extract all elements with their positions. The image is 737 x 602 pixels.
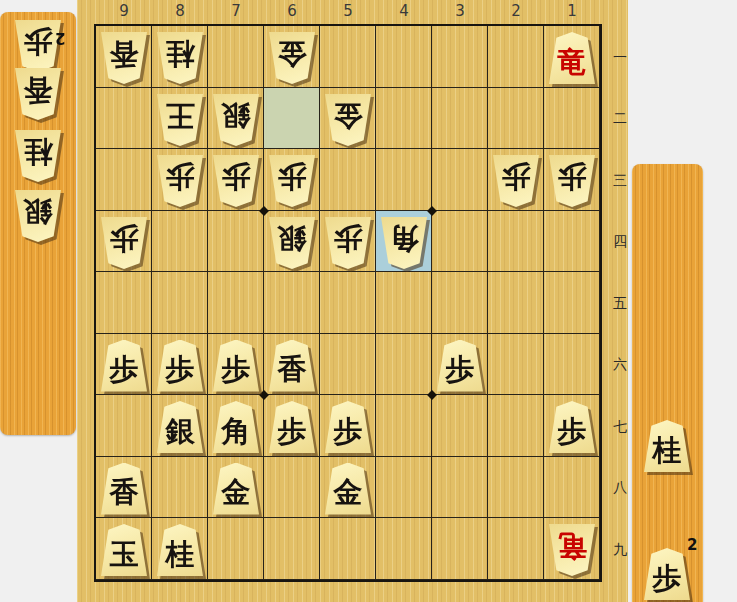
piece-sente-pawn-7f[interactable]: 歩 (213, 340, 259, 392)
piece-sente-dragon-1a[interactable]: 竜 (549, 32, 595, 84)
piece-kanji: 桂 (166, 40, 195, 69)
piece-kanji: 竜 (558, 48, 587, 77)
piece-sente-king-9i[interactable]: 玉 (101, 524, 147, 576)
hand-piece[interactable]: 桂 (15, 130, 61, 182)
piece-kanji: 玉 (110, 540, 139, 569)
piece-gote-gold-5b[interactable]: 金 (325, 94, 371, 146)
piece-kanji: 桂 (653, 436, 682, 465)
square-8h[interactable] (152, 457, 208, 519)
piece-kanji: 銀 (24, 198, 53, 227)
piece-kanji: 金 (334, 101, 363, 130)
shogi-game-screen: 歩2香桂銀 987654321 香桂金竜王銀金歩歩歩歩歩歩銀歩角歩歩歩香歩銀角歩… (0, 0, 737, 602)
square-1f[interactable] (544, 334, 600, 396)
square-9e[interactable] (96, 272, 152, 334)
piece-gote-king-8b[interactable]: 王 (157, 94, 203, 146)
piece-sente-lance-6f[interactable]: 香 (269, 340, 315, 392)
square-2g[interactable] (488, 395, 544, 457)
square-4b[interactable] (376, 88, 432, 150)
hand-piece[interactable]: 香 (15, 68, 61, 120)
square-3e[interactable] (432, 272, 488, 334)
piece-kanji: 金 (222, 478, 251, 507)
piece-kanji: 歩 (222, 355, 251, 384)
piece-kanji: 銀 (166, 417, 195, 446)
piece-kanji: 角 (390, 224, 419, 253)
hand-sente-pawn[interactable]: 歩2 (644, 548, 690, 600)
file-label-7: 7 (208, 2, 264, 20)
piece-kanji: 歩 (110, 355, 139, 384)
piece-kanji: 歩 (334, 417, 363, 446)
square-6i[interactable] (264, 518, 320, 580)
shogi-board: 987654321 香桂金竜王銀金歩歩歩歩歩歩銀歩角歩歩歩香歩銀角歩歩歩香金金玉… (77, 0, 628, 602)
square-5a[interactable] (320, 26, 376, 88)
piece-kanji: 歩 (334, 224, 363, 253)
piece-sente-pawn-1g[interactable]: 歩 (549, 401, 595, 453)
square-7a[interactable] (208, 26, 264, 88)
square-4f[interactable] (376, 334, 432, 396)
hand-piece[interactable]: 銀 (15, 190, 61, 242)
piece-sente-bishop-7g[interactable]: 角 (213, 401, 259, 453)
square-4c[interactable] (376, 149, 432, 211)
piece-gote-gold-6a[interactable]: 金 (269, 32, 315, 84)
square-4g[interactable] (376, 395, 432, 457)
sente-hand-tray: 桂歩2 (632, 164, 703, 602)
file-label-2: 2 (488, 2, 544, 20)
square-8d[interactable] (152, 211, 208, 273)
piece-gote-bishop-4d[interactable]: 角 (381, 217, 427, 269)
piece-kanji: 香 (278, 355, 307, 384)
square-6e[interactable] (264, 272, 320, 334)
hand-gote-pawn[interactable]: 歩2 (15, 20, 61, 72)
square-9g[interactable] (96, 395, 152, 457)
piece-gote-pawn-9d[interactable]: 歩 (101, 217, 147, 269)
piece-sente-lance-9h[interactable]: 香 (101, 463, 147, 515)
square-1h[interactable] (544, 457, 600, 519)
piece-sente-pawn-3f[interactable]: 歩 (437, 340, 483, 392)
piece-sente-silver-8g[interactable]: 銀 (157, 401, 203, 453)
piece-gote-silver-6d[interactable]: 銀 (269, 217, 315, 269)
square-7d[interactable] (208, 211, 264, 273)
square-9b[interactable] (96, 88, 152, 150)
rank-label-4: 四 (610, 233, 630, 251)
captured-count: 2 (55, 30, 65, 45)
square-2f[interactable] (488, 334, 544, 396)
square-2h[interactable] (488, 457, 544, 519)
rank-label-5: 五 (610, 295, 630, 313)
rank-label-8: 八 (610, 479, 630, 497)
square-4i[interactable] (376, 518, 432, 580)
piece-gote-pawn-7c[interactable]: 歩 (213, 155, 259, 207)
square-5e[interactable] (320, 272, 376, 334)
piece-gote-pawn-6c[interactable]: 歩 (269, 155, 315, 207)
piece-kanji: 歩 (166, 355, 195, 384)
piece-sente-gold-7h[interactable]: 金 (213, 463, 259, 515)
file-label-5: 5 (320, 2, 376, 20)
piece-gote-knight-8a[interactable]: 桂 (157, 32, 203, 84)
square-3g[interactable] (432, 395, 488, 457)
hand-sente-knight[interactable]: 桂 (644, 420, 690, 472)
square-9c[interactable] (96, 149, 152, 211)
piece-kanji: 香 (110, 478, 139, 507)
file-label-1: 1 (544, 2, 600, 20)
piece-kanji: 香 (24, 76, 53, 105)
hand-gote-silver[interactable]: 銀 (15, 190, 61, 242)
file-label-8: 8 (152, 2, 208, 20)
piece-kanji: 角 (222, 417, 251, 446)
square-6b[interactable] (264, 88, 320, 150)
hand-gote-knight[interactable]: 桂 (15, 130, 61, 182)
piece-gote-pawn-1c[interactable]: 歩 (549, 155, 595, 207)
piece-gote-lance-9a[interactable]: 香 (101, 32, 147, 84)
square-5c[interactable] (320, 149, 376, 211)
square-2a[interactable] (488, 26, 544, 88)
piece-gote-dragon-1i[interactable]: 竜 (549, 524, 595, 576)
square-4h[interactable] (376, 457, 432, 519)
piece-gote-pawn-2c[interactable]: 歩 (493, 155, 539, 207)
piece-kanji: 歩 (558, 417, 587, 446)
square-7e[interactable] (208, 272, 264, 334)
square-8e[interactable] (152, 272, 208, 334)
square-5i[interactable] (320, 518, 376, 580)
piece-kanji: 歩 (222, 163, 251, 192)
board-grid: 香桂金竜王銀金歩歩歩歩歩歩銀歩角歩歩歩香歩銀角歩歩歩香金金玉桂竜 (94, 24, 602, 582)
piece-kanji: 金 (334, 478, 363, 507)
piece-kanji: 王 (166, 101, 195, 130)
square-4e[interactable] (376, 272, 432, 334)
piece-sente-pawn-5g[interactable]: 歩 (325, 401, 371, 453)
piece-kanji: 金 (278, 40, 307, 69)
hand-piece[interactable]: 歩 (15, 20, 61, 72)
rank-label-1: 一 (610, 49, 630, 67)
square-2e[interactable] (488, 272, 544, 334)
piece-kanji: 香 (110, 40, 139, 69)
piece-kanji: 桂 (166, 540, 195, 569)
piece-sente-pawn-8f[interactable]: 歩 (157, 340, 203, 392)
piece-gote-silver-7b[interactable]: 銀 (213, 94, 259, 146)
file-label-9: 9 (96, 2, 152, 20)
gote-hand-tray: 歩2香桂銀 (0, 12, 76, 435)
piece-kanji: 歩 (24, 28, 53, 57)
square-2i[interactable] (488, 518, 544, 580)
piece-sente-knight-8i[interactable]: 桂 (157, 524, 203, 576)
piece-gote-pawn-8c[interactable]: 歩 (157, 155, 203, 207)
square-2d[interactable] (488, 211, 544, 273)
piece-kanji: 歩 (558, 163, 587, 192)
piece-sente-pawn-9f[interactable]: 歩 (101, 340, 147, 392)
piece-sente-pawn-6g[interactable]: 歩 (269, 401, 315, 453)
piece-sente-gold-5h[interactable]: 金 (325, 463, 371, 515)
square-4a[interactable] (376, 26, 432, 88)
piece-kanji: 歩 (166, 163, 195, 192)
hand-piece[interactable]: 桂 (644, 420, 690, 472)
square-6h[interactable] (264, 457, 320, 519)
file-label-6: 6 (264, 2, 320, 20)
square-3c[interactable] (432, 149, 488, 211)
captured-count: 2 (687, 538, 697, 553)
square-3i[interactable] (432, 518, 488, 580)
square-3a[interactable] (432, 26, 488, 88)
hand-piece[interactable]: 歩 (644, 548, 690, 600)
piece-kanji: 歩 (653, 564, 682, 593)
file-label-4: 4 (376, 2, 432, 20)
square-5f[interactable] (320, 334, 376, 396)
piece-kanji: 歩 (446, 355, 475, 384)
rank-label-7: 七 (610, 418, 630, 436)
square-3b[interactable] (432, 88, 488, 150)
piece-kanji: 歩 (278, 163, 307, 192)
piece-gote-pawn-5d[interactable]: 歩 (325, 217, 371, 269)
square-1e[interactable] (544, 272, 600, 334)
square-1b[interactable] (544, 88, 600, 150)
piece-kanji: 歩 (110, 224, 139, 253)
piece-kanji: 歩 (278, 417, 307, 446)
square-3h[interactable] (432, 457, 488, 519)
rank-label-2: 二 (610, 110, 630, 128)
rank-label-3: 三 (610, 172, 630, 190)
rank-label-6: 六 (610, 356, 630, 374)
piece-kanji: 竜 (558, 532, 587, 561)
square-3d[interactable] (432, 211, 488, 273)
file-label-3: 3 (432, 2, 488, 20)
square-7i[interactable] (208, 518, 264, 580)
piece-kanji: 歩 (502, 163, 531, 192)
square-1d[interactable] (544, 211, 600, 273)
piece-kanji: 銀 (222, 101, 251, 130)
rank-label-9: 九 (610, 541, 630, 559)
hand-gote-lance[interactable]: 香 (15, 68, 61, 120)
piece-kanji: 桂 (24, 138, 53, 167)
piece-kanji: 銀 (278, 224, 307, 253)
square-2b[interactable] (488, 88, 544, 150)
